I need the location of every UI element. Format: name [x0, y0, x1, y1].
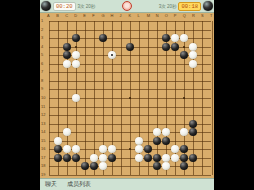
- white-stone: [90, 154, 98, 162]
- column-label: M: [147, 14, 150, 18]
- white-stone: [171, 34, 179, 42]
- column-label: B: [56, 14, 59, 18]
- star-point: [75, 46, 77, 48]
- black-stone: [126, 43, 134, 51]
- white-stone: [108, 51, 116, 59]
- row-label: 6: [41, 62, 43, 66]
- bottom-toolbar: 聊天 成员列表: [40, 178, 214, 190]
- white-stone: [72, 145, 80, 153]
- white-stone: [99, 162, 107, 170]
- column-label: L: [138, 14, 140, 18]
- black-stone: [144, 145, 152, 153]
- go-board[interactable]: ABCDEFGHJKLMNOPQRST123456789101112131415…: [40, 13, 214, 178]
- black-stone: [189, 154, 197, 162]
- black-stone: [63, 154, 71, 162]
- red-seal-icon: [122, 1, 132, 11]
- white-stone: [189, 43, 197, 51]
- black-stone: [144, 154, 152, 162]
- black-stone: [72, 34, 80, 42]
- right-player-avatar[interactable]: [203, 1, 213, 11]
- black-stone: [153, 154, 161, 162]
- star-point: [129, 97, 131, 99]
- star-point: [129, 148, 131, 150]
- white-stone: [171, 145, 179, 153]
- row-label: 11: [41, 105, 45, 109]
- column-label: H: [110, 14, 113, 18]
- column-label: G: [101, 14, 104, 18]
- grid-line: [157, 21, 158, 175]
- black-stone: [189, 120, 197, 128]
- right-player-byoyomi: 3次 20秒: [159, 4, 177, 9]
- black-stone: [108, 154, 116, 162]
- white-stone: [72, 51, 80, 59]
- white-stone: [135, 154, 143, 162]
- grid-line: [49, 115, 212, 116]
- black-stone: [63, 51, 71, 59]
- white-stone: [162, 154, 170, 162]
- app-window: 00:20 3次 20秒 3次 20秒 00:18 ABCDEFGHJKLMNO…: [0, 0, 254, 190]
- column-label: D: [74, 14, 77, 18]
- black-stone: [153, 162, 161, 170]
- black-stone: [162, 43, 170, 51]
- white-stone: [63, 60, 71, 68]
- column-label: S: [201, 14, 204, 18]
- grid-line: [202, 21, 203, 175]
- white-stone: [135, 145, 143, 153]
- black-stone: [54, 145, 62, 153]
- black-stone: [81, 162, 89, 170]
- column-label: P: [174, 14, 177, 18]
- column-label: R: [192, 14, 195, 18]
- black-stone: [99, 34, 107, 42]
- row-label: 3: [41, 36, 43, 40]
- white-stone: [153, 128, 161, 136]
- game-screen: 00:20 3次 20秒 3次 20秒 00:18 ABCDEFGHJKLMNO…: [40, 0, 214, 190]
- black-stone: [180, 51, 188, 59]
- row-label: 1: [41, 19, 43, 23]
- black-stone: [153, 137, 161, 145]
- last-move-marker: [111, 54, 114, 57]
- black-stone: [54, 154, 62, 162]
- black-stone: [72, 154, 80, 162]
- player-info-bar: 00:20 3次 20秒 3次 20秒 00:18: [40, 0, 214, 13]
- row-label: 15: [41, 139, 45, 143]
- white-stone: [63, 128, 71, 136]
- white-stone: [99, 154, 107, 162]
- black-stone: [63, 43, 71, 51]
- left-player-avatar[interactable]: [41, 1, 51, 11]
- white-stone: [171, 154, 179, 162]
- black-stone: [180, 162, 188, 170]
- white-stone: [189, 60, 197, 68]
- row-label: 5: [41, 53, 43, 57]
- row-label: 2: [41, 28, 43, 32]
- right-player-timer: 00:18: [178, 2, 201, 11]
- black-stone: [180, 145, 188, 153]
- row-label: 19: [41, 173, 45, 177]
- column-label: C: [65, 14, 68, 18]
- white-stone: [72, 94, 80, 102]
- column-label: Q: [183, 14, 186, 18]
- row-label: 8: [41, 79, 43, 83]
- row-label: 9: [41, 87, 43, 91]
- black-stone: [189, 128, 197, 136]
- grid-line: [212, 21, 213, 175]
- chat-button[interactable]: 聊天: [45, 180, 57, 189]
- white-stone: [162, 128, 170, 136]
- right-player: 3次 20秒 00:18: [159, 1, 213, 11]
- black-stone: [171, 43, 179, 51]
- row-label: 10: [41, 96, 45, 100]
- black-stone: [90, 162, 98, 170]
- row-label: 4: [41, 45, 43, 49]
- white-stone: [99, 145, 107, 153]
- column-label: E: [83, 14, 86, 18]
- row-label: 16: [41, 147, 45, 151]
- row-label: 7: [41, 70, 43, 74]
- black-stone: [162, 137, 170, 145]
- white-stone: [72, 60, 80, 68]
- white-stone: [63, 145, 71, 153]
- grid-line: [49, 124, 212, 125]
- left-player-byoyomi: 3次 20秒: [78, 4, 96, 9]
- left-player-timer: 00:20: [53, 2, 76, 11]
- column-label: J: [120, 14, 122, 18]
- white-stone: [54, 137, 62, 145]
- grid-line: [49, 107, 212, 108]
- white-stone: [189, 51, 197, 59]
- row-label: 14: [41, 130, 45, 134]
- black-stone: [180, 154, 188, 162]
- column-label: A: [47, 14, 50, 18]
- row-label: 12: [41, 113, 45, 117]
- member-list-button[interactable]: 成员列表: [67, 180, 91, 189]
- column-label: O: [165, 14, 168, 18]
- white-stone: [180, 128, 188, 136]
- column-label: F: [92, 14, 94, 18]
- row-label: 18: [41, 164, 45, 168]
- left-player: 00:20 3次 20秒: [41, 1, 95, 11]
- grid-line: [49, 175, 212, 176]
- white-stone: [108, 145, 116, 153]
- white-stone: [162, 162, 170, 170]
- row-label: 13: [41, 122, 45, 126]
- black-stone: [162, 34, 170, 42]
- grid-line: [49, 141, 212, 142]
- column-label: N: [156, 14, 159, 18]
- column-label: T: [210, 14, 212, 18]
- white-stone: [135, 137, 143, 145]
- row-label: 17: [41, 156, 45, 160]
- column-label: K: [129, 14, 132, 18]
- white-stone: [180, 34, 188, 42]
